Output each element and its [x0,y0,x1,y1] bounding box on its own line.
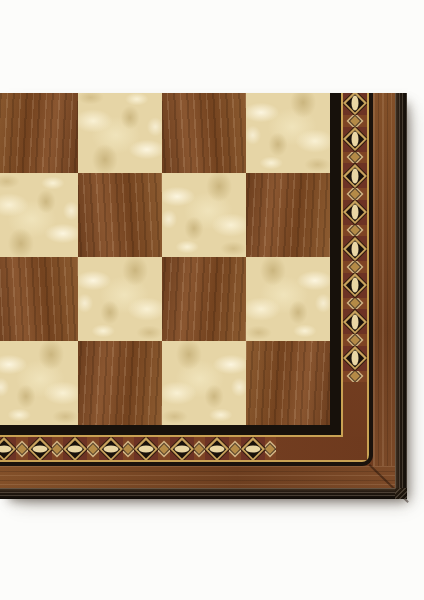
right-edge-molding [395,93,407,499]
outer-black-line [0,93,373,466]
molding-corner-step [395,488,407,499]
photo-canvas: { "game": "chess", "title": "Decorative … [0,0,424,600]
bottom-edge-molding [0,488,407,499]
chess-board [0,93,407,499]
right-wood-border [373,93,395,488]
bottom-wood-border [0,466,395,488]
